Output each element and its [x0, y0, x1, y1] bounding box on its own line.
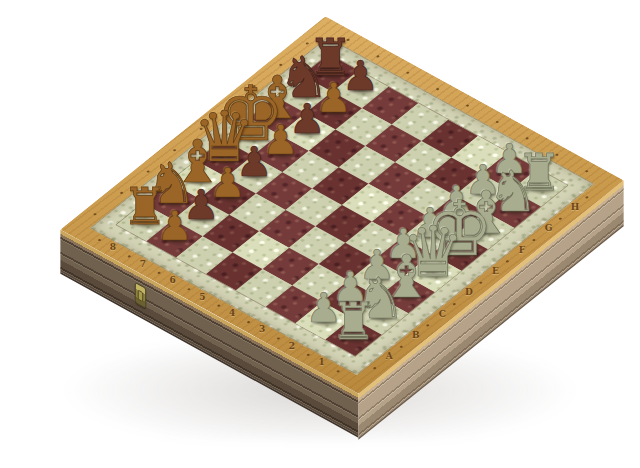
rail-pin	[495, 121, 499, 124]
rail-pin	[479, 281, 483, 284]
rail-pin	[97, 239, 101, 242]
rail-pin	[187, 288, 191, 291]
rail-pin	[93, 213, 97, 216]
rail-pin	[558, 217, 562, 220]
rail-pin	[465, 104, 469, 107]
rail-pin	[217, 304, 221, 307]
rail-pin	[127, 255, 131, 258]
rail-pin	[399, 345, 403, 348]
chess-set-photo: ABCDEFGH12345678♜♞♝♛♚♝♞♜♟♟♟♟♟♟♟♟♟♟♟♟♟♟♟♟…	[0, 0, 640, 468]
rail-pin	[306, 353, 310, 356]
rail-pin	[452, 303, 456, 306]
rail-pin	[426, 324, 430, 327]
rail-pin	[406, 71, 410, 74]
rail-pin	[336, 370, 340, 373]
rail-pin	[157, 271, 161, 274]
rail-pin	[532, 239, 536, 242]
rail-pin	[585, 170, 589, 173]
rail-pin	[436, 88, 440, 91]
rail-pin	[276, 337, 280, 340]
rail-pin	[585, 196, 589, 199]
rail-pin	[246, 321, 250, 324]
pawn-glyph: ♟	[156, 206, 193, 247]
rook-glyph: ♜	[331, 296, 377, 347]
brass-latch-icon[interactable]	[135, 282, 146, 309]
rail-pin	[373, 367, 377, 370]
rail-pin	[505, 260, 509, 263]
